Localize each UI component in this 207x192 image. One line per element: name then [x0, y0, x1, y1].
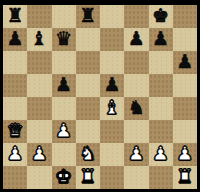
square-e4[interactable]: ♝ — [100, 97, 124, 120]
piece-white-knight-d2[interactable]: ♞ — [79, 144, 96, 163]
square-a8[interactable]: ♜ — [3, 5, 27, 28]
square-b5[interactable] — [27, 74, 51, 97]
square-e8[interactable] — [100, 5, 124, 28]
square-f4[interactable]: ♞ — [124, 97, 148, 120]
square-c4[interactable] — [52, 97, 76, 120]
piece-black-rook-d8[interactable]: ♜ — [79, 6, 96, 25]
square-h8[interactable] — [173, 5, 197, 28]
square-g7[interactable]: ♟ — [149, 28, 173, 51]
square-c5[interactable]: ♟ — [52, 74, 76, 97]
piece-white-bishop-e4[interactable]: ♝ — [104, 98, 121, 117]
piece-black-knight-f4[interactable]: ♞ — [128, 98, 145, 117]
square-h6[interactable]: ♟ — [173, 51, 197, 74]
chess-board-frame: ♜♜♚♟♝♛♟♟♟♟♟♝♞♛♟♟♟♞♟♟♟♚♜♜ — [0, 0, 200, 192]
piece-black-bishop-b7[interactable]: ♝ — [31, 29, 48, 48]
square-b7[interactable]: ♝ — [27, 28, 51, 51]
piece-black-king-g8[interactable]: ♚ — [152, 6, 169, 25]
square-c6[interactable] — [52, 51, 76, 74]
square-a3[interactable]: ♛ — [3, 120, 27, 143]
square-c2[interactable] — [52, 143, 76, 166]
piece-white-pawn-g2[interactable]: ♟ — [152, 144, 169, 163]
square-a7[interactable]: ♟ — [3, 28, 27, 51]
square-b8[interactable] — [27, 5, 51, 28]
square-f1[interactable] — [124, 166, 148, 189]
square-h5[interactable] — [173, 74, 197, 97]
piece-black-pawn-e5[interactable]: ♟ — [104, 75, 121, 94]
piece-white-king-c1[interactable]: ♚ — [55, 167, 72, 186]
square-d3[interactable] — [76, 120, 100, 143]
square-h7[interactable] — [173, 28, 197, 51]
piece-white-pawn-b2[interactable]: ♟ — [31, 144, 48, 163]
square-e3[interactable] — [100, 120, 124, 143]
square-c8[interactable] — [52, 5, 76, 28]
square-f8[interactable] — [124, 5, 148, 28]
square-g1[interactable] — [149, 166, 173, 189]
square-e5[interactable]: ♟ — [100, 74, 124, 97]
square-d2[interactable]: ♞ — [76, 143, 100, 166]
square-g5[interactable] — [149, 74, 173, 97]
square-g4[interactable] — [149, 97, 173, 120]
piece-white-pawn-h2[interactable]: ♟ — [176, 144, 193, 163]
piece-white-pawn-a2[interactable]: ♟ — [7, 144, 24, 163]
square-d4[interactable] — [76, 97, 100, 120]
square-g2[interactable]: ♟ — [149, 143, 173, 166]
square-a2[interactable]: ♟ — [3, 143, 27, 166]
piece-black-pawn-c5[interactable]: ♟ — [55, 75, 72, 94]
square-f2[interactable]: ♟ — [124, 143, 148, 166]
piece-white-rook-h1[interactable]: ♜ — [176, 167, 193, 186]
square-a4[interactable] — [3, 97, 27, 120]
square-h1[interactable]: ♜ — [173, 166, 197, 189]
square-h2[interactable]: ♟ — [173, 143, 197, 166]
square-e1[interactable] — [100, 166, 124, 189]
square-d6[interactable] — [76, 51, 100, 74]
square-g3[interactable] — [149, 120, 173, 143]
square-h4[interactable] — [173, 97, 197, 120]
screenshot-root: ♜♜♚♟♝♛♟♟♟♟♟♝♞♛♟♟♟♞♟♟♟♚♜♜ — [0, 0, 207, 192]
piece-black-pawn-a7[interactable]: ♟ — [7, 29, 24, 48]
square-f6[interactable] — [124, 51, 148, 74]
square-e6[interactable] — [100, 51, 124, 74]
chess-board: ♜♜♚♟♝♛♟♟♟♟♟♝♞♛♟♟♟♞♟♟♟♚♜♜ — [3, 5, 197, 189]
square-a1[interactable] — [3, 166, 27, 189]
piece-black-pawn-h6[interactable]: ♟ — [176, 52, 193, 71]
piece-black-queen-c7[interactable]: ♛ — [55, 29, 72, 48]
square-b4[interactable] — [27, 97, 51, 120]
square-a6[interactable] — [3, 51, 27, 74]
piece-black-pawn-f7[interactable]: ♟ — [128, 29, 145, 48]
square-d5[interactable] — [76, 74, 100, 97]
square-g6[interactable] — [149, 51, 173, 74]
square-h3[interactable] — [173, 120, 197, 143]
square-d1[interactable]: ♜ — [76, 166, 100, 189]
piece-black-pawn-g7[interactable]: ♟ — [152, 29, 169, 48]
background-margin — [200, 0, 207, 192]
square-a5[interactable] — [3, 74, 27, 97]
square-e2[interactable] — [100, 143, 124, 166]
square-c7[interactable]: ♛ — [52, 28, 76, 51]
square-g8[interactable]: ♚ — [149, 5, 173, 28]
square-b1[interactable] — [27, 166, 51, 189]
square-c1[interactable]: ♚ — [52, 166, 76, 189]
square-d8[interactable]: ♜ — [76, 5, 100, 28]
square-d7[interactable] — [76, 28, 100, 51]
square-b3[interactable] — [27, 120, 51, 143]
square-f5[interactable] — [124, 74, 148, 97]
piece-white-queen-a3[interactable]: ♛ — [7, 121, 24, 140]
square-c3[interactable]: ♟ — [52, 120, 76, 143]
piece-white-pawn-f2[interactable]: ♟ — [128, 144, 145, 163]
square-b6[interactable] — [27, 51, 51, 74]
square-f3[interactable] — [124, 120, 148, 143]
piece-white-rook-d1[interactable]: ♜ — [79, 167, 96, 186]
square-f7[interactable]: ♟ — [124, 28, 148, 51]
piece-black-rook-a8[interactable]: ♜ — [7, 6, 24, 25]
square-e7[interactable] — [100, 28, 124, 51]
piece-white-pawn-c3[interactable]: ♟ — [55, 121, 72, 140]
square-b2[interactable]: ♟ — [27, 143, 51, 166]
